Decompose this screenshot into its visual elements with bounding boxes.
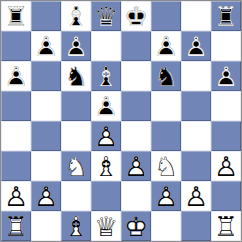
square-a4[interactable] [1, 121, 31, 151]
square-g2[interactable]: ♟♙ [181, 181, 211, 211]
square-d6[interactable]: ♝♗ [91, 61, 121, 91]
square-e7[interactable] [121, 31, 151, 61]
square-f4[interactable] [151, 121, 181, 151]
square-d4[interactable]: ♟♙ [91, 121, 121, 151]
piece-white-pawn-icon[interactable]: ♟♙ [91, 121, 121, 151]
square-b2[interactable]: ♟♙ [31, 181, 61, 211]
square-c1[interactable]: ♝♗ [61, 211, 91, 241]
piece-outline-layer: ♗ [61, 1, 91, 31]
piece-white-pawn-icon[interactable]: ♟♙ [211, 151, 241, 181]
square-a8[interactable]: ♜♖ [1, 1, 31, 31]
piece-black-pawn-icon[interactable]: ♟♙ [211, 61, 241, 91]
square-d2[interactable] [91, 181, 121, 211]
piece-outline-layer: ♙ [91, 91, 121, 121]
square-c6[interactable]: ♞♘ [61, 61, 91, 91]
piece-outline-layer: ♘ [61, 61, 91, 91]
square-g8[interactable] [181, 1, 211, 31]
square-f6[interactable]: ♞♘ [151, 61, 181, 91]
square-h5[interactable] [211, 91, 241, 121]
piece-outline-layer: ♙ [61, 31, 91, 61]
square-d7[interactable] [91, 31, 121, 61]
square-f2[interactable]: ♟♙ [151, 181, 181, 211]
piece-black-bishop-icon[interactable]: ♝♗ [61, 1, 91, 31]
square-e2[interactable] [121, 181, 151, 211]
square-h4[interactable] [211, 121, 241, 151]
piece-outline-layer: ♕ [91, 1, 121, 31]
square-f7[interactable]: ♟♙ [151, 31, 181, 61]
square-a3[interactable] [1, 151, 31, 181]
piece-outline-layer: ♘ [61, 151, 91, 181]
square-g5[interactable] [181, 91, 211, 121]
square-e3[interactable]: ♟♙ [121, 151, 151, 181]
square-c7[interactable]: ♟♙ [61, 31, 91, 61]
piece-black-knight-icon[interactable]: ♞♘ [151, 61, 181, 91]
square-c3[interactable]: ♞♘ [61, 151, 91, 181]
square-h6[interactable]: ♟♙ [211, 61, 241, 91]
piece-outline-layer: ♘ [151, 151, 181, 181]
piece-white-pawn-icon[interactable]: ♟♙ [1, 181, 31, 211]
piece-black-pawn-icon[interactable]: ♟♙ [61, 31, 91, 61]
square-f5[interactable] [151, 91, 181, 121]
piece-white-bishop-icon[interactable]: ♝♗ [91, 151, 121, 181]
piece-outline-layer: ♖ [1, 211, 31, 241]
square-f1[interactable] [151, 211, 181, 241]
piece-outline-layer: ♙ [91, 121, 121, 151]
piece-outline-layer: ♗ [61, 211, 91, 241]
square-b3[interactable] [31, 151, 61, 181]
piece-outline-layer: ♙ [31, 181, 61, 211]
square-h2[interactable] [211, 181, 241, 211]
square-e6[interactable] [121, 61, 151, 91]
piece-outline-layer: ♙ [151, 31, 181, 61]
piece-black-bishop-icon[interactable]: ♝♗ [91, 61, 121, 91]
piece-outline-layer: ♙ [211, 151, 241, 181]
square-a7[interactable] [1, 31, 31, 61]
piece-outline-layer: ♙ [181, 31, 211, 61]
square-b8[interactable] [31, 1, 61, 31]
piece-outline-layer: ♖ [1, 1, 31, 31]
square-c4[interactable] [61, 121, 91, 151]
piece-white-knight-icon[interactable]: ♞♘ [61, 151, 91, 181]
piece-white-pawn-icon[interactable]: ♟♙ [181, 181, 211, 211]
square-h3[interactable]: ♟♙ [211, 151, 241, 181]
square-g1[interactable] [181, 211, 211, 241]
piece-black-pawn-icon[interactable]: ♟♙ [1, 61, 31, 91]
square-e1[interactable]: ♚♔ [121, 211, 151, 241]
square-f8[interactable] [151, 1, 181, 31]
piece-outline-layer: ♙ [121, 151, 151, 181]
piece-black-queen-icon[interactable]: ♛♕ [91, 1, 121, 31]
square-a6[interactable]: ♟♙ [1, 61, 31, 91]
piece-black-king-icon[interactable]: ♚♔ [121, 1, 151, 31]
piece-white-rook-icon[interactable]: ♜♖ [211, 211, 241, 241]
piece-black-pawn-icon[interactable]: ♟♙ [151, 31, 181, 61]
piece-white-knight-icon[interactable]: ♞♘ [151, 151, 181, 181]
piece-white-pawn-icon[interactable]: ♟♙ [151, 181, 181, 211]
piece-white-king-icon[interactable]: ♚♔ [121, 211, 151, 241]
piece-outline-layer: ♖ [211, 211, 241, 241]
square-d8[interactable]: ♛♕ [91, 1, 121, 31]
square-g4[interactable] [181, 121, 211, 151]
piece-white-bishop-icon[interactable]: ♝♗ [61, 211, 91, 241]
square-h8[interactable]: ♜♖ [211, 1, 241, 31]
piece-outline-layer: ♙ [151, 181, 181, 211]
square-c8[interactable]: ♝♗ [61, 1, 91, 31]
piece-outline-layer: ♖ [211, 1, 241, 31]
square-a1[interactable]: ♜♖ [1, 211, 31, 241]
square-h1[interactable]: ♜♖ [211, 211, 241, 241]
square-c2[interactable] [61, 181, 91, 211]
piece-outline-layer: ♙ [1, 181, 31, 211]
piece-outline-layer: ♗ [91, 151, 121, 181]
piece-black-rook-icon[interactable]: ♜♖ [1, 1, 31, 31]
square-b4[interactable] [31, 121, 61, 151]
square-d3[interactable]: ♝♗ [91, 151, 121, 181]
piece-black-rook-icon[interactable]: ♜♖ [211, 1, 241, 31]
piece-outline-layer: ♙ [1, 61, 31, 91]
piece-outline-layer: ♙ [31, 31, 61, 61]
piece-outline-layer: ♘ [151, 61, 181, 91]
square-d1[interactable]: ♛♕ [91, 211, 121, 241]
square-g7[interactable]: ♟♙ [181, 31, 211, 61]
piece-black-pawn-icon[interactable]: ♟♙ [181, 31, 211, 61]
piece-outline-layer: ♗ [91, 61, 121, 91]
piece-black-pawn-icon[interactable]: ♟♙ [31, 31, 61, 61]
square-b5[interactable] [31, 91, 61, 121]
square-a5[interactable] [1, 91, 31, 121]
piece-outline-layer: ♔ [121, 211, 151, 241]
square-f3[interactable]: ♞♘ [151, 151, 181, 181]
square-c5[interactable] [61, 91, 91, 121]
chess-board: ♜♖♝♗♛♕♚♔♜♖♟♙♟♙♟♙♟♙♟♙♞♘♝♗♞♘♟♙♟♙♟♙♞♘♝♗♟♙♞♘… [0, 0, 242, 242]
square-b7[interactable]: ♟♙ [31, 31, 61, 61]
square-h7[interactable] [211, 31, 241, 61]
piece-outline-layer: ♔ [121, 1, 151, 31]
piece-white-pawn-icon[interactable]: ♟♙ [31, 181, 61, 211]
piece-white-pawn-icon[interactable]: ♟♙ [121, 151, 151, 181]
piece-black-knight-icon[interactable]: ♞♘ [61, 61, 91, 91]
square-e4[interactable] [121, 121, 151, 151]
piece-outline-layer: ♙ [211, 61, 241, 91]
piece-white-rook-icon[interactable]: ♜♖ [1, 211, 31, 241]
square-g3[interactable] [181, 151, 211, 181]
piece-outline-layer: ♙ [181, 181, 211, 211]
piece-white-queen-icon[interactable]: ♛♕ [91, 211, 121, 241]
square-d5[interactable]: ♟♙ [91, 91, 121, 121]
piece-black-pawn-icon[interactable]: ♟♙ [91, 91, 121, 121]
square-a2[interactable]: ♟♙ [1, 181, 31, 211]
square-b1[interactable] [31, 211, 61, 241]
square-e5[interactable] [121, 91, 151, 121]
square-b6[interactable] [31, 61, 61, 91]
square-g6[interactable] [181, 61, 211, 91]
square-e8[interactable]: ♚♔ [121, 1, 151, 31]
piece-outline-layer: ♕ [91, 211, 121, 241]
